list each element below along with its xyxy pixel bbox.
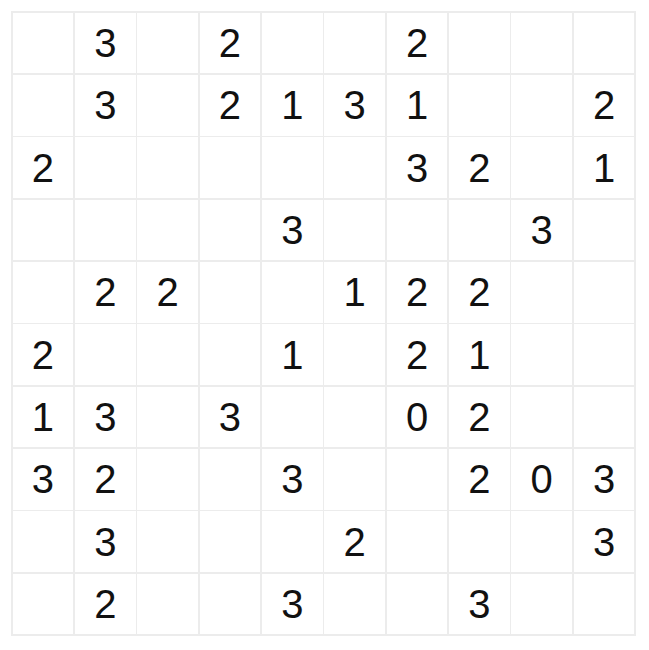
cell-r5c8[interactable]: 2 — [449, 262, 510, 323]
cell-r1c3[interactable] — [137, 13, 198, 74]
clue-number: 0 — [531, 459, 553, 499]
cell-r3c4[interactable] — [200, 137, 261, 198]
clue-number: 3 — [281, 584, 303, 624]
clue-number: 1 — [344, 272, 366, 312]
cell-r7c3[interactable] — [137, 387, 198, 448]
cell-r2c8[interactable] — [449, 75, 510, 136]
cell-r10c9[interactable] — [511, 574, 572, 635]
cell-r9c7[interactable] — [387, 511, 448, 572]
cell-r2c5[interactable]: 1 — [262, 75, 323, 136]
cell-r5c9[interactable] — [511, 262, 572, 323]
cell-r1c9[interactable] — [511, 13, 572, 74]
cell-r10c8[interactable]: 3 — [449, 574, 510, 635]
puzzle-page: 3223213122321332212221211330232320332323… — [0, 0, 649, 650]
cell-r2c6[interactable]: 3 — [324, 75, 385, 136]
cell-r9c10[interactable]: 3 — [574, 511, 635, 572]
cell-r1c5[interactable] — [262, 13, 323, 74]
cell-r5c2[interactable]: 2 — [75, 262, 136, 323]
cell-r5c5[interactable] — [262, 262, 323, 323]
cell-r4c1[interactable] — [13, 200, 74, 261]
clue-number: 2 — [156, 272, 178, 312]
cell-r4c5[interactable]: 3 — [262, 200, 323, 261]
cell-r6c9[interactable] — [511, 324, 572, 385]
cell-r2c10[interactable]: 2 — [574, 75, 635, 136]
cell-r8c2[interactable]: 2 — [75, 449, 136, 510]
slitherlink-board: 3223213122321332212221211330232320332323… — [11, 11, 636, 636]
cell-r10c4[interactable] — [200, 574, 261, 635]
cell-r1c2[interactable]: 3 — [75, 13, 136, 74]
cell-r4c8[interactable] — [449, 200, 510, 261]
cell-r1c1[interactable] — [13, 13, 74, 74]
cell-r10c1[interactable] — [13, 574, 74, 635]
cell-r9c9[interactable] — [511, 511, 572, 572]
cell-r6c6[interactable] — [324, 324, 385, 385]
cell-r8c3[interactable] — [137, 449, 198, 510]
cell-r2c2[interactable]: 3 — [75, 75, 136, 136]
cell-r4c3[interactable] — [137, 200, 198, 261]
clue-number: 1 — [281, 85, 303, 125]
cell-r5c4[interactable] — [200, 262, 261, 323]
cell-r6c8[interactable]: 1 — [449, 324, 510, 385]
clue-number: 3 — [94, 522, 116, 562]
cell-r9c6[interactable]: 2 — [324, 511, 385, 572]
cell-r6c4[interactable] — [200, 324, 261, 385]
cell-r7c4[interactable]: 3 — [200, 387, 261, 448]
clue-number: 1 — [593, 148, 615, 188]
cell-r6c10[interactable] — [574, 324, 635, 385]
cell-r1c6[interactable] — [324, 13, 385, 74]
clue-number: 3 — [531, 210, 553, 250]
clue-number: 2 — [406, 272, 428, 312]
cell-r8c7[interactable] — [387, 449, 448, 510]
clue-number: 3 — [32, 459, 54, 499]
clue-number: 3 — [94, 85, 116, 125]
cell-r4c10[interactable] — [574, 200, 635, 261]
clue-number: 2 — [344, 522, 366, 562]
cell-r9c5[interactable] — [262, 511, 323, 572]
cell-r9c3[interactable] — [137, 511, 198, 572]
cell-r7c10[interactable] — [574, 387, 635, 448]
clue-number: 2 — [468, 272, 490, 312]
cell-r4c9[interactable]: 3 — [511, 200, 572, 261]
cell-r10c5[interactable]: 3 — [262, 574, 323, 635]
clue-number: 1 — [406, 85, 428, 125]
cell-r1c8[interactable] — [449, 13, 510, 74]
cell-r2c9[interactable] — [511, 75, 572, 136]
clue-number: 2 — [468, 397, 490, 437]
clue-number: 2 — [406, 335, 428, 375]
cell-r9c2[interactable]: 3 — [75, 511, 136, 572]
clue-number: 3 — [468, 584, 490, 624]
cell-r3c6[interactable] — [324, 137, 385, 198]
cell-r10c3[interactable] — [137, 574, 198, 635]
cell-r6c1[interactable]: 2 — [13, 324, 74, 385]
cell-r8c6[interactable] — [324, 449, 385, 510]
cell-r5c3[interactable]: 2 — [137, 262, 198, 323]
cell-r6c7[interactable]: 2 — [387, 324, 448, 385]
cell-r1c7[interactable]: 2 — [387, 13, 448, 74]
cell-r9c4[interactable] — [200, 511, 261, 572]
cell-r2c1[interactable] — [13, 75, 74, 136]
cell-r5c6[interactable]: 1 — [324, 262, 385, 323]
clue-number: 3 — [344, 85, 366, 125]
clue-number: 2 — [593, 85, 615, 125]
cell-r8c1[interactable]: 3 — [13, 449, 74, 510]
cell-r2c4[interactable]: 2 — [200, 75, 261, 136]
clue-number: 2 — [32, 148, 54, 188]
clue-number: 0 — [406, 397, 428, 437]
cell-r10c2[interactable]: 2 — [75, 574, 136, 635]
cell-r6c5[interactable]: 1 — [262, 324, 323, 385]
cell-r3c10[interactable]: 1 — [574, 137, 635, 198]
clue-number: 3 — [593, 459, 615, 499]
cell-r7c9[interactable] — [511, 387, 572, 448]
cell-r6c3[interactable] — [137, 324, 198, 385]
clue-number: 1 — [281, 335, 303, 375]
cell-r3c8[interactable]: 2 — [449, 137, 510, 198]
cell-r4c2[interactable] — [75, 200, 136, 261]
cell-r6c2[interactable] — [75, 324, 136, 385]
clue-number: 2 — [94, 584, 116, 624]
cell-r8c4[interactable] — [200, 449, 261, 510]
clue-number: 3 — [406, 148, 428, 188]
cell-r5c10[interactable] — [574, 262, 635, 323]
cell-r7c2[interactable]: 3 — [75, 387, 136, 448]
clue-number: 2 — [219, 23, 241, 63]
cell-r1c4[interactable]: 2 — [200, 13, 261, 74]
cell-r4c6[interactable] — [324, 200, 385, 261]
cell-r3c1[interactable]: 2 — [13, 137, 74, 198]
cell-r8c8[interactable]: 2 — [449, 449, 510, 510]
clue-number: 1 — [468, 335, 490, 375]
cell-r10c7[interactable] — [387, 574, 448, 635]
cell-r3c7[interactable]: 3 — [387, 137, 448, 198]
clue-number: 2 — [94, 272, 116, 312]
clue-number: 2 — [406, 23, 428, 63]
clue-number: 3 — [94, 23, 116, 63]
cell-r7c7[interactable]: 0 — [387, 387, 448, 448]
clue-number: 3 — [219, 397, 241, 437]
cell-r4c7[interactable] — [387, 200, 448, 261]
cell-r5c7[interactable]: 2 — [387, 262, 448, 323]
clue-number: 2 — [468, 148, 490, 188]
cell-r7c1[interactable]: 1 — [13, 387, 74, 448]
cell-r3c3[interactable] — [137, 137, 198, 198]
cell-r7c8[interactable]: 2 — [449, 387, 510, 448]
cell-r4c4[interactable] — [200, 200, 261, 261]
clue-number: 2 — [468, 459, 490, 499]
clue-number: 1 — [32, 397, 54, 437]
clue-number: 3 — [281, 210, 303, 250]
cell-r3c9[interactable] — [511, 137, 572, 198]
cell-r2c7[interactable]: 1 — [387, 75, 448, 136]
cell-r10c10[interactable] — [574, 574, 635, 635]
clue-number: 3 — [281, 459, 303, 499]
cell-r9c1[interactable] — [13, 511, 74, 572]
cell-r5c1[interactable] — [13, 262, 74, 323]
cell-r3c2[interactable] — [75, 137, 136, 198]
cell-r7c5[interactable] — [262, 387, 323, 448]
clue-number: 3 — [593, 522, 615, 562]
clue-number: 2 — [32, 335, 54, 375]
clue-number: 2 — [94, 459, 116, 499]
cell-r8c5[interactable]: 3 — [262, 449, 323, 510]
cell-r10c6[interactable] — [324, 574, 385, 635]
cell-r2c3[interactable] — [137, 75, 198, 136]
clue-number: 3 — [94, 397, 116, 437]
clue-number: 2 — [219, 85, 241, 125]
cell-r8c9[interactable]: 0 — [511, 449, 572, 510]
cell-r7c6[interactable] — [324, 387, 385, 448]
cell-r3c5[interactable] — [262, 137, 323, 198]
cell-r8c10[interactable]: 3 — [574, 449, 635, 510]
cell-r1c10[interactable] — [574, 13, 635, 74]
cell-r9c8[interactable] — [449, 511, 510, 572]
